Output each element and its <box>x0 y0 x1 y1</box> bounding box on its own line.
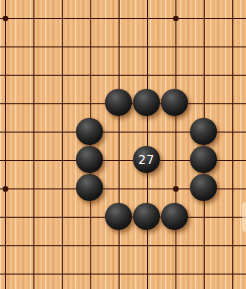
black-stone <box>190 146 217 173</box>
black-stone <box>133 203 160 230</box>
black-stone <box>105 89 132 116</box>
star-point <box>3 186 9 192</box>
black-stone <box>161 203 188 230</box>
star-point <box>3 16 9 22</box>
black-stone <box>76 146 103 173</box>
black-stone <box>190 118 217 145</box>
star-point <box>173 16 179 22</box>
black-stone-move-27: 27 <box>133 146 160 173</box>
black-stone <box>133 89 160 116</box>
edge-artifact <box>242 202 246 232</box>
go-board[interactable]: 27 <box>0 0 246 289</box>
black-stone <box>190 174 217 201</box>
move-number-label: 27 <box>138 153 154 165</box>
star-point <box>173 186 179 192</box>
black-stone <box>76 118 103 145</box>
board-grid-lines <box>0 0 246 289</box>
black-stone <box>105 203 132 230</box>
